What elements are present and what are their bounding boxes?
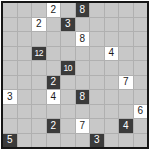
empty-cell-r7-c0[interactable]	[3, 105, 17, 119]
empty-cell-r8-c2[interactable]	[32, 119, 46, 133]
empty-cell-r6-c1[interactable]	[18, 90, 32, 104]
empty-cell-r9-c9[interactable]	[134, 134, 148, 148]
clue-cell-r8-c3[interactable]: 2	[47, 119, 61, 133]
clue-cell-r8-c5[interactable]: 7	[76, 119, 90, 133]
empty-cell-r7-c3[interactable]	[47, 105, 61, 119]
empty-cell-r2-c3[interactable]	[47, 32, 61, 46]
empty-cell-r1-c6[interactable]	[90, 18, 104, 32]
empty-cell-r3-c4[interactable]	[61, 47, 75, 61]
empty-cell-r3-c1[interactable]	[18, 47, 32, 61]
shikaku-board: 282381241027348627453	[1, 1, 149, 149]
puzzle-frame: 282381241027348627453	[0, 0, 150, 150]
empty-cell-r5-c9[interactable]	[134, 76, 148, 90]
clue-cell-r5-c3[interactable]: 2	[47, 76, 61, 90]
empty-cell-r6-c9[interactable]	[134, 90, 148, 104]
empty-cell-r7-c8[interactable]	[119, 105, 133, 119]
clue-cell-r3-c7[interactable]: 4	[105, 47, 119, 61]
empty-cell-r4-c9[interactable]	[134, 61, 148, 75]
empty-cell-r0-c1[interactable]	[18, 3, 32, 17]
empty-cell-r1-c7[interactable]	[105, 18, 119, 32]
empty-cell-r7-c6[interactable]	[90, 105, 104, 119]
empty-cell-r0-c2[interactable]	[32, 3, 46, 17]
empty-cell-r1-c9[interactable]	[134, 18, 148, 32]
clue-cell-r5-c8[interactable]: 7	[119, 76, 133, 90]
empty-cell-r9-c5[interactable]	[76, 134, 90, 148]
empty-cell-r5-c1[interactable]	[18, 76, 32, 90]
empty-cell-r8-c0[interactable]	[3, 119, 17, 133]
empty-cell-r8-c9[interactable]	[134, 119, 148, 133]
clue-cell-r4-c4[interactable]: 10	[61, 61, 75, 75]
empty-cell-r8-c6[interactable]	[90, 119, 104, 133]
empty-cell-r1-c0[interactable]	[3, 18, 17, 32]
empty-cell-r1-c1[interactable]	[18, 18, 32, 32]
empty-cell-r6-c7[interactable]	[105, 90, 119, 104]
clue-cell-r7-c9[interactable]: 6	[134, 105, 148, 119]
clue-cell-r9-c0[interactable]: 5	[3, 134, 17, 148]
empty-cell-r9-c2[interactable]	[32, 134, 46, 148]
empty-cell-r2-c1[interactable]	[18, 32, 32, 46]
clue-cell-r6-c5[interactable]: 8	[76, 90, 90, 104]
empty-cell-r4-c1[interactable]	[18, 61, 32, 75]
empty-cell-r7-c4[interactable]	[61, 105, 75, 119]
clue-cell-r8-c8[interactable]: 4	[119, 119, 133, 133]
empty-cell-r8-c4[interactable]	[61, 119, 75, 133]
empty-cell-r6-c8[interactable]	[119, 90, 133, 104]
empty-cell-r2-c8[interactable]	[119, 32, 133, 46]
empty-cell-r2-c2[interactable]	[32, 32, 46, 46]
empty-cell-r7-c1[interactable]	[18, 105, 32, 119]
empty-cell-r4-c8[interactable]	[119, 61, 133, 75]
empty-cell-r5-c2[interactable]	[32, 76, 46, 90]
empty-cell-r3-c6[interactable]	[90, 47, 104, 61]
empty-cell-r9-c8[interactable]	[119, 134, 133, 148]
empty-cell-r5-c6[interactable]	[90, 76, 104, 90]
clue-cell-r0-c3[interactable]: 2	[47, 3, 61, 17]
empty-cell-r0-c4[interactable]	[61, 3, 75, 17]
clue-cell-r0-c5[interactable]: 8	[76, 3, 90, 17]
empty-cell-r5-c0[interactable]	[3, 76, 17, 90]
clue-cell-r1-c4[interactable]: 3	[61, 18, 75, 32]
empty-cell-r2-c0[interactable]	[3, 32, 17, 46]
empty-cell-r3-c5[interactable]	[76, 47, 90, 61]
empty-cell-r6-c4[interactable]	[61, 90, 75, 104]
empty-cell-r3-c0[interactable]	[3, 47, 17, 61]
empty-cell-r9-c4[interactable]	[61, 134, 75, 148]
clue-cell-r1-c2[interactable]: 2	[32, 18, 46, 32]
empty-cell-r2-c9[interactable]	[134, 32, 148, 46]
empty-cell-r4-c6[interactable]	[90, 61, 104, 75]
empty-cell-r7-c7[interactable]	[105, 105, 119, 119]
empty-cell-r1-c3[interactable]	[47, 18, 61, 32]
empty-cell-r0-c6[interactable]	[90, 3, 104, 17]
empty-cell-r6-c6[interactable]	[90, 90, 104, 104]
empty-cell-r4-c3[interactable]	[47, 61, 61, 75]
empty-cell-r3-c3[interactable]	[47, 47, 61, 61]
empty-cell-r1-c5[interactable]	[76, 18, 90, 32]
empty-cell-r3-c9[interactable]	[134, 47, 148, 61]
empty-cell-r8-c7[interactable]	[105, 119, 119, 133]
clue-cell-r6-c3[interactable]: 4	[47, 90, 61, 104]
empty-cell-r0-c7[interactable]	[105, 3, 119, 17]
empty-cell-r2-c4[interactable]	[61, 32, 75, 46]
empty-cell-r4-c0[interactable]	[3, 61, 17, 75]
empty-cell-r8-c1[interactable]	[18, 119, 32, 133]
empty-cell-r7-c2[interactable]	[32, 105, 46, 119]
empty-cell-r9-c1[interactable]	[18, 134, 32, 148]
empty-cell-r9-c3[interactable]	[47, 134, 61, 148]
empty-cell-r4-c2[interactable]	[32, 61, 46, 75]
empty-cell-r6-c2[interactable]	[32, 90, 46, 104]
empty-cell-r2-c6[interactable]	[90, 32, 104, 46]
empty-cell-r3-c8[interactable]	[119, 47, 133, 61]
empty-cell-r5-c4[interactable]	[61, 76, 75, 90]
empty-cell-r5-c7[interactable]	[105, 76, 119, 90]
empty-cell-r4-c5[interactable]	[76, 61, 90, 75]
empty-cell-r7-c5[interactable]	[76, 105, 90, 119]
clue-cell-r2-c5[interactable]: 8	[76, 32, 90, 46]
empty-cell-r9-c7[interactable]	[105, 134, 119, 148]
empty-cell-r0-c8[interactable]	[119, 3, 133, 17]
clue-cell-r9-c6[interactable]: 3	[90, 134, 104, 148]
empty-cell-r2-c7[interactable]	[105, 32, 119, 46]
empty-cell-r1-c8[interactable]	[119, 18, 133, 32]
clue-cell-r6-c0[interactable]: 3	[3, 90, 17, 104]
empty-cell-r4-c7[interactable]	[105, 61, 119, 75]
empty-cell-r5-c5[interactable]	[76, 76, 90, 90]
clue-cell-r3-c2[interactable]: 12	[32, 47, 46, 61]
empty-cell-r0-c9[interactable]	[134, 3, 148, 17]
empty-cell-r0-c0[interactable]	[3, 3, 17, 17]
